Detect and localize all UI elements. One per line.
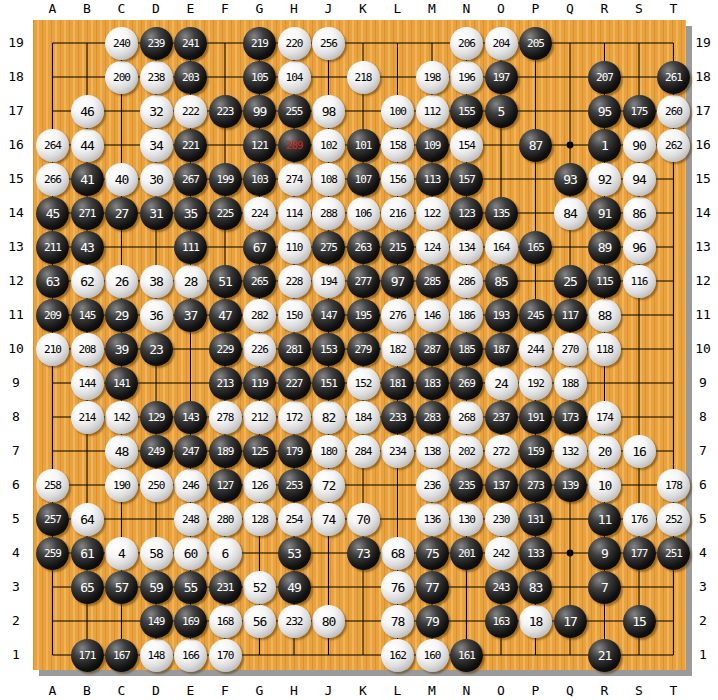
col-label-bottom: E <box>177 683 205 699</box>
stone-D12: 38 <box>140 265 173 298</box>
stone-F11: 47 <box>209 299 242 332</box>
stone-Q9: 188 <box>554 367 587 400</box>
stone-K10: 279 <box>347 333 380 366</box>
col-label-top: G <box>246 1 274 17</box>
col-label-top: B <box>73 1 101 17</box>
stone-M1: 160 <box>416 639 449 672</box>
stone-A10: 210 <box>36 333 69 366</box>
stone-R15: 92 <box>588 163 621 196</box>
stone-E3: 55 <box>174 571 207 604</box>
stone-N1: 161 <box>450 639 483 672</box>
stone-L9: 181 <box>381 367 414 400</box>
stone-B3: 65 <box>71 571 104 604</box>
col-label-bottom: C <box>108 683 136 699</box>
stone-E16: 221 <box>174 129 207 162</box>
row-label-right: 12 <box>689 273 717 289</box>
stone-C6: 190 <box>105 469 138 502</box>
col-label-top: A <box>39 1 67 17</box>
stone-S12: 116 <box>623 265 656 298</box>
stone-S4: 177 <box>623 537 656 570</box>
stone-Q14: 84 <box>554 197 587 230</box>
col-label-bottom: O <box>487 683 515 699</box>
stone-J10: 153 <box>312 333 345 366</box>
col-label-top: P <box>522 1 550 17</box>
stone-P19: 205 <box>519 27 552 60</box>
stone-T5: 252 <box>657 503 690 536</box>
stone-M4: 75 <box>416 537 449 570</box>
stone-R11: 88 <box>588 299 621 332</box>
col-label-top: S <box>625 1 653 17</box>
stone-S16: 90 <box>623 129 656 162</box>
stone-M18: 198 <box>416 61 449 94</box>
stone-A13: 211 <box>36 231 69 264</box>
stone-R1: 21 <box>588 639 621 672</box>
stone-E5: 248 <box>174 503 207 536</box>
stone-N10: 185 <box>450 333 483 366</box>
row-label-left: 4 <box>2 545 30 561</box>
stone-H7: 179 <box>278 435 311 468</box>
col-label-top: Q <box>556 1 584 17</box>
stone-T16: 262 <box>657 129 690 162</box>
col-label-bottom: D <box>142 683 170 699</box>
col-label-bottom: R <box>591 683 619 699</box>
stone-H19: 220 <box>278 27 311 60</box>
stone-S2: 15 <box>623 605 656 638</box>
col-label-bottom: B <box>73 683 101 699</box>
stone-C3: 57 <box>105 571 138 604</box>
stone-G12: 265 <box>243 265 276 298</box>
stone-S15: 94 <box>623 163 656 196</box>
row-label-left: 17 <box>2 103 30 119</box>
stone-G15: 103 <box>243 163 276 196</box>
stone-F5: 280 <box>209 503 242 536</box>
stone-K4: 73 <box>347 537 380 570</box>
stone-R13: 89 <box>588 231 621 264</box>
stone-R14: 91 <box>588 197 621 230</box>
stone-B11: 145 <box>71 299 104 332</box>
stone-J16: 102 <box>312 129 345 162</box>
stone-G13: 67 <box>243 231 276 264</box>
stone-M17: 112 <box>416 95 449 128</box>
stone-B10: 208 <box>71 333 104 366</box>
stone-O10: 187 <box>485 333 518 366</box>
stone-B16: 44 <box>71 129 104 162</box>
stone-T4: 251 <box>657 537 690 570</box>
stone-L2: 78 <box>381 605 414 638</box>
stone-R8: 174 <box>588 401 621 434</box>
stone-D10: 23 <box>140 333 173 366</box>
col-label-top: R <box>591 1 619 17</box>
stone-A11: 209 <box>36 299 69 332</box>
stone-K11: 195 <box>347 299 380 332</box>
stone-J9: 151 <box>312 367 345 400</box>
col-label-top: M <box>418 1 446 17</box>
row-label-left: 16 <box>2 137 30 153</box>
stone-E14: 35 <box>174 197 207 230</box>
stone-P16: 87 <box>519 129 552 162</box>
stone-G5: 128 <box>243 503 276 536</box>
stone-Q7: 132 <box>554 435 587 468</box>
stone-P13: 165 <box>519 231 552 264</box>
col-label-bottom: A <box>39 683 67 699</box>
stone-D14: 31 <box>140 197 173 230</box>
stone-E12: 28 <box>174 265 207 298</box>
stone-M11: 146 <box>416 299 449 332</box>
row-label-right: 9 <box>689 375 717 391</box>
col-label-top: E <box>177 1 205 17</box>
stone-J15: 108 <box>312 163 345 196</box>
stone-C4: 4 <box>105 537 138 570</box>
stone-B5: 64 <box>71 503 104 536</box>
stone-O7: 272 <box>485 435 518 468</box>
stone-O11: 193 <box>485 299 518 332</box>
stone-N5: 130 <box>450 503 483 536</box>
stone-C10: 39 <box>105 333 138 366</box>
stone-P9: 192 <box>519 367 552 400</box>
stone-F8: 278 <box>209 401 242 434</box>
stone-H14: 114 <box>278 197 311 230</box>
stone-G14: 224 <box>243 197 276 230</box>
stone-G7: 125 <box>243 435 276 468</box>
stone-H6: 253 <box>278 469 311 502</box>
stone-M3: 77 <box>416 571 449 604</box>
col-label-top: C <box>108 1 136 17</box>
row-label-right: 10 <box>689 341 717 357</box>
stone-R7: 20 <box>588 435 621 468</box>
stone-O18: 197 <box>485 61 518 94</box>
stone-C8: 142 <box>105 401 138 434</box>
stone-Q15: 93 <box>554 163 587 196</box>
stone-F9: 213 <box>209 367 242 400</box>
stone-G16: 121 <box>243 129 276 162</box>
stone-T6: 178 <box>657 469 690 502</box>
stone-F7: 189 <box>209 435 242 468</box>
stone-G18: 105 <box>243 61 276 94</box>
stone-B4: 61 <box>71 537 104 570</box>
row-label-right: 5 <box>689 511 717 527</box>
stone-O4: 242 <box>485 537 518 570</box>
row-label-left: 14 <box>2 205 30 221</box>
stone-A15: 266 <box>36 163 69 196</box>
stone-O8: 237 <box>485 401 518 434</box>
stone-B12: 62 <box>71 265 104 298</box>
stone-L15: 156 <box>381 163 414 196</box>
stone-L16: 158 <box>381 129 414 162</box>
row-label-right: 1 <box>689 647 717 663</box>
stone-A14: 45 <box>36 197 69 230</box>
stone-N15: 157 <box>450 163 483 196</box>
stone-J11: 147 <box>312 299 345 332</box>
stone-E19: 241 <box>174 27 207 60</box>
stone-R12: 115 <box>588 265 621 298</box>
stone-M2: 79 <box>416 605 449 638</box>
stone-H9: 227 <box>278 367 311 400</box>
stone-D19: 239 <box>140 27 173 60</box>
row-label-right: 13 <box>689 239 717 255</box>
stone-L4: 68 <box>381 537 414 570</box>
stone-F3: 231 <box>209 571 242 604</box>
row-label-right: 4 <box>689 545 717 561</box>
stone-H2: 232 <box>278 605 311 638</box>
stone-B13: 43 <box>71 231 104 264</box>
stone-J2: 80 <box>312 605 345 638</box>
stone-N8: 268 <box>450 401 483 434</box>
stone-J12: 194 <box>312 265 345 298</box>
stone-N14: 123 <box>450 197 483 230</box>
stone-M8: 283 <box>416 401 449 434</box>
stone-O12: 85 <box>485 265 518 298</box>
stone-C11: 29 <box>105 299 138 332</box>
stone-O13: 164 <box>485 231 518 264</box>
stone-R3: 7 <box>588 571 621 604</box>
stone-B15: 41 <box>71 163 104 196</box>
row-label-right: 14 <box>689 205 717 221</box>
stone-F4: 6 <box>209 537 242 570</box>
row-label-left: 9 <box>2 375 30 391</box>
stone-K16: 101 <box>347 129 380 162</box>
stone-H13: 110 <box>278 231 311 264</box>
stone-L1: 162 <box>381 639 414 672</box>
stone-N6: 235 <box>450 469 483 502</box>
stone-N12: 286 <box>450 265 483 298</box>
stone-D15: 30 <box>140 163 173 196</box>
stone-K13: 263 <box>347 231 380 264</box>
stone-L10: 182 <box>381 333 414 366</box>
stone-E7: 247 <box>174 435 207 468</box>
stone-P3: 83 <box>519 571 552 604</box>
stone-C7: 48 <box>105 435 138 468</box>
stone-N16: 154 <box>450 129 483 162</box>
stone-A6: 258 <box>36 469 69 502</box>
stone-R6: 10 <box>588 469 621 502</box>
stone-G6: 126 <box>243 469 276 502</box>
stone-N7: 202 <box>450 435 483 468</box>
stone-B14: 271 <box>71 197 104 230</box>
stone-O3: 243 <box>485 571 518 604</box>
row-label-right: 11 <box>689 307 717 323</box>
col-label-top: O <box>487 1 515 17</box>
stone-P2: 18 <box>519 605 552 638</box>
col-label-bottom: H <box>280 683 308 699</box>
stone-J14: 288 <box>312 197 345 230</box>
stone-G19: 219 <box>243 27 276 60</box>
stone-H10: 281 <box>278 333 311 366</box>
stone-H15: 274 <box>278 163 311 196</box>
stone-H4: 53 <box>278 537 311 570</box>
stone-A16: 264 <box>36 129 69 162</box>
stone-C12: 26 <box>105 265 138 298</box>
row-label-left: 13 <box>2 239 30 255</box>
stone-Q10: 270 <box>554 333 587 366</box>
stone-H3: 49 <box>278 571 311 604</box>
stone-M16: 109 <box>416 129 449 162</box>
stone-K14: 106 <box>347 197 380 230</box>
col-label-bottom: T <box>660 683 688 699</box>
row-label-left: 19 <box>2 35 30 51</box>
stone-G10: 226 <box>243 333 276 366</box>
stone-R16: 1 <box>588 129 621 162</box>
row-label-left: 15 <box>2 171 30 187</box>
row-label-right: 6 <box>689 477 717 493</box>
stone-E18: 203 <box>174 61 207 94</box>
row-label-right: 15 <box>689 171 717 187</box>
stone-M7: 138 <box>416 435 449 468</box>
stone-T18: 261 <box>657 61 690 94</box>
stone-F2: 168 <box>209 605 242 638</box>
row-label-left: 6 <box>2 477 30 493</box>
stone-F17: 223 <box>209 95 242 128</box>
stone-L12: 97 <box>381 265 414 298</box>
stone-A5: 257 <box>36 503 69 536</box>
stone-E11: 37 <box>174 299 207 332</box>
stone-F1: 170 <box>209 639 242 672</box>
stone-O19: 204 <box>485 27 518 60</box>
stone-C14: 27 <box>105 197 138 230</box>
stone-C1: 167 <box>105 639 138 672</box>
stone-F10: 229 <box>209 333 242 366</box>
stone-L8: 233 <box>381 401 414 434</box>
stone-S14: 86 <box>623 197 656 230</box>
stone-H12: 228 <box>278 265 311 298</box>
stone-L17: 100 <box>381 95 414 128</box>
stone-H8: 172 <box>278 401 311 434</box>
stone-E2: 169 <box>174 605 207 638</box>
stone-S5: 176 <box>623 503 656 536</box>
stone-A12: 63 <box>36 265 69 298</box>
stone-D7: 249 <box>140 435 173 468</box>
stone-Q11: 117 <box>554 299 587 332</box>
stone-E6: 246 <box>174 469 207 502</box>
col-label-bottom: L <box>384 683 412 699</box>
stone-K12: 277 <box>347 265 380 298</box>
row-label-right: 3 <box>689 579 717 595</box>
stone-J7: 180 <box>312 435 345 468</box>
stone-P4: 133 <box>519 537 552 570</box>
stone-C15: 40 <box>105 163 138 196</box>
row-label-left: 7 <box>2 443 30 459</box>
stone-C19: 240 <box>105 27 138 60</box>
row-label-right: 17 <box>689 103 717 119</box>
stone-R18: 207 <box>588 61 621 94</box>
stone-P8: 191 <box>519 401 552 434</box>
stone-E1: 166 <box>174 639 207 672</box>
stone-N4: 201 <box>450 537 483 570</box>
stone-P11: 245 <box>519 299 552 332</box>
stone-B1: 171 <box>71 639 104 672</box>
col-label-bottom: M <box>418 683 446 699</box>
stone-D1: 148 <box>140 639 173 672</box>
stone-L11: 276 <box>381 299 414 332</box>
stone-J19: 256 <box>312 27 345 60</box>
stone-K18: 218 <box>347 61 380 94</box>
col-label-top: T <box>660 1 688 17</box>
stone-E15: 267 <box>174 163 207 196</box>
stone-R10: 118 <box>588 333 621 366</box>
stone-L13: 215 <box>381 231 414 264</box>
stone-G9: 119 <box>243 367 276 400</box>
row-label-left: 10 <box>2 341 30 357</box>
stone-D16: 34 <box>140 129 173 162</box>
col-label-top: L <box>384 1 412 17</box>
row-label-left: 18 <box>2 69 30 85</box>
col-label-bottom: S <box>625 683 653 699</box>
col-label-top: K <box>349 1 377 17</box>
stone-P5: 131 <box>519 503 552 536</box>
col-label-bottom: Q <box>556 683 584 699</box>
row-label-left: 2 <box>2 613 30 629</box>
stone-D6: 250 <box>140 469 173 502</box>
stone-D8: 129 <box>140 401 173 434</box>
row-label-right: 7 <box>689 443 717 459</box>
stone-N13: 134 <box>450 231 483 264</box>
col-label-top: D <box>142 1 170 17</box>
stone-D3: 59 <box>140 571 173 604</box>
row-label-left: 8 <box>2 409 30 425</box>
row-label-left: 5 <box>2 511 30 527</box>
stone-K5: 70 <box>347 503 380 536</box>
stone-S13: 96 <box>623 231 656 264</box>
stone-Q8: 173 <box>554 401 587 434</box>
stone-E17: 222 <box>174 95 207 128</box>
col-label-top: N <box>453 1 481 17</box>
stone-C18: 200 <box>105 61 138 94</box>
stone-N19: 206 <box>450 27 483 60</box>
stone-B8: 214 <box>71 401 104 434</box>
stone-K15: 107 <box>347 163 380 196</box>
stone-P10: 244 <box>519 333 552 366</box>
stone-O2: 163 <box>485 605 518 638</box>
stone-G11: 282 <box>243 299 276 332</box>
stone-B17: 46 <box>71 95 104 128</box>
stone-O9: 24 <box>485 367 518 400</box>
stone-G3: 52 <box>243 571 276 604</box>
col-label-top: H <box>280 1 308 17</box>
stone-C9: 141 <box>105 367 138 400</box>
col-label-top: J <box>315 1 343 17</box>
stone-H11: 150 <box>278 299 311 332</box>
col-label-bottom: J <box>315 683 343 699</box>
stone-R5: 11 <box>588 503 621 536</box>
col-label-top: F <box>211 1 239 17</box>
stone-H5: 254 <box>278 503 311 536</box>
stone-D17: 32 <box>140 95 173 128</box>
stone-D4: 58 <box>140 537 173 570</box>
stone-F15: 199 <box>209 163 242 196</box>
stone-K7: 284 <box>347 435 380 468</box>
stone-S7: 16 <box>623 435 656 468</box>
stone-L14: 216 <box>381 197 414 230</box>
col-label-bottom: P <box>522 683 550 699</box>
stone-Q6: 139 <box>554 469 587 502</box>
stone-O6: 137 <box>485 469 518 502</box>
stone-N17: 155 <box>450 95 483 128</box>
stone-R4: 9 <box>588 537 621 570</box>
stone-R17: 95 <box>588 95 621 128</box>
stone-L3: 76 <box>381 571 414 604</box>
stone-H16: 289 <box>278 129 311 162</box>
row-label-right: 19 <box>689 35 717 51</box>
row-label-right: 18 <box>689 69 717 85</box>
col-label-bottom: N <box>453 683 481 699</box>
stone-N18: 196 <box>450 61 483 94</box>
col-label-bottom: G <box>246 683 274 699</box>
stone-M15: 113 <box>416 163 449 196</box>
stone-E4: 60 <box>174 537 207 570</box>
stone-J13: 275 <box>312 231 345 264</box>
stone-D18: 238 <box>140 61 173 94</box>
stone-J6: 72 <box>312 469 345 502</box>
stone-N11: 186 <box>450 299 483 332</box>
